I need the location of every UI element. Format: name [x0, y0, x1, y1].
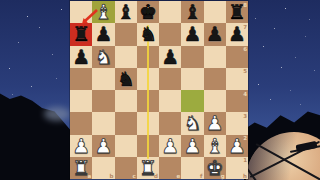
- piece-white-pawn-e2[interactable]: ♟: [159, 135, 181, 157]
- square-g1[interactable]: ♚g: [204, 157, 226, 179]
- piece-white-pawn-b2[interactable]: ♟: [92, 135, 114, 157]
- square-a3[interactable]: [70, 112, 92, 134]
- square-f6[interactable]: [181, 46, 203, 68]
- square-f7[interactable]: ♟: [181, 23, 203, 45]
- coord-file-c: c: [132, 173, 135, 179]
- square-b6[interactable]: ♞: [92, 46, 114, 68]
- square-h4[interactable]: 4: [226, 90, 248, 112]
- square-h7[interactable]: ♟7: [226, 23, 248, 45]
- square-c5[interactable]: ♞: [115, 68, 137, 90]
- star: [31, 86, 32, 87]
- square-h1[interactable]: h1: [226, 157, 248, 179]
- square-f1[interactable]: f: [181, 157, 203, 179]
- square-a6[interactable]: ♟: [70, 46, 92, 68]
- star: [290, 90, 291, 91]
- star: [39, 27, 40, 28]
- square-c4[interactable]: [115, 90, 137, 112]
- square-b2[interactable]: ♟: [92, 135, 114, 157]
- piece-black-king-d8[interactable]: ♚: [137, 1, 159, 23]
- star: [281, 67, 282, 68]
- square-h5[interactable]: 5: [226, 68, 248, 90]
- coord-rank-5: 5: [243, 68, 247, 74]
- square-c1[interactable]: c: [115, 157, 137, 179]
- square-d8[interactable]: ♚: [137, 1, 159, 23]
- piece-white-knight-b6[interactable]: ♞: [92, 46, 114, 68]
- square-c2[interactable]: [115, 135, 137, 157]
- square-e6[interactable]: ♟: [159, 46, 181, 68]
- star: [263, 46, 264, 47]
- square-f5[interactable]: [181, 68, 203, 90]
- square-g2[interactable]: ♝: [204, 135, 226, 157]
- square-a1[interactable]: ♜a: [70, 157, 92, 179]
- square-a4[interactable]: [70, 90, 92, 112]
- square-e1[interactable]: e: [159, 157, 181, 179]
- square-b8[interactable]: ♝: [92, 1, 114, 23]
- square-e3[interactable]: [159, 112, 181, 134]
- coord-rank-8: 8: [243, 2, 247, 8]
- piece-black-pawn-g7[interactable]: ♟: [204, 23, 226, 45]
- square-a8[interactable]: [70, 1, 92, 23]
- piece-black-knight-c5[interactable]: ♞: [115, 68, 137, 90]
- square-g7[interactable]: ♟: [204, 23, 226, 45]
- coord-file-a: a: [88, 173, 92, 179]
- square-b4[interactable]: [92, 90, 114, 112]
- coord-rank-6: 6: [243, 46, 247, 52]
- star: [56, 78, 57, 79]
- square-d1[interactable]: ♜d: [137, 157, 159, 179]
- square-e7[interactable]: [159, 23, 181, 45]
- square-e5[interactable]: [159, 68, 181, 90]
- square-a7[interactable]: ♜: [70, 23, 92, 45]
- square-h6[interactable]: 6: [226, 46, 248, 68]
- square-h2[interactable]: ♟2: [226, 135, 248, 157]
- star: [309, 19, 310, 20]
- chess-board[interactable]: ♝♝♚♝♜8♜♟♞♟♟♟7♟♞♟6♞54♞♟3♟♟♟♟♝♟2♜abc♜def♚g…: [70, 1, 248, 179]
- coord-file-g: g: [221, 173, 225, 179]
- star: [295, 57, 296, 58]
- snow-patch: [44, 107, 70, 121]
- square-h3[interactable]: 3: [226, 112, 248, 134]
- square-f2[interactable]: ♟: [181, 135, 203, 157]
- square-e8[interactable]: [159, 1, 181, 23]
- square-a2[interactable]: ♟: [70, 135, 92, 157]
- square-b5[interactable]: [92, 68, 114, 90]
- piece-black-pawn-f7[interactable]: ♟: [181, 23, 203, 45]
- star: [314, 70, 315, 71]
- square-c7[interactable]: [115, 23, 137, 45]
- square-d7[interactable]: ♞: [137, 23, 159, 45]
- piece-black-knight-d7[interactable]: ♞: [137, 23, 159, 45]
- square-c3[interactable]: [115, 112, 137, 134]
- piece-black-pawn-b7[interactable]: ♟: [92, 23, 114, 45]
- square-g3[interactable]: ♟: [204, 112, 226, 134]
- square-g5[interactable]: [204, 68, 226, 90]
- star: [285, 8, 286, 9]
- star: [300, 104, 301, 105]
- star: [61, 9, 62, 10]
- star: [27, 16, 28, 17]
- coord-file-h: h: [243, 173, 247, 179]
- star: [52, 54, 53, 55]
- star: [12, 94, 13, 95]
- piece-black-bishop-c8[interactable]: ♝: [115, 1, 137, 23]
- piece-black-pawn-e6[interactable]: ♟: [159, 46, 181, 68]
- star: [258, 84, 259, 85]
- tent: [240, 126, 320, 180]
- square-b1[interactable]: b: [92, 157, 114, 179]
- coord-rank-3: 3: [243, 113, 247, 119]
- square-e2[interactable]: ♟: [159, 135, 181, 157]
- square-g8[interactable]: [204, 1, 226, 23]
- coord-file-e: e: [177, 173, 181, 179]
- piece-white-pawn-g3[interactable]: ♟: [204, 112, 226, 134]
- square-b3[interactable]: [92, 112, 114, 134]
- video-frame: ♝♝♚♝♜8♜♟♞♟♟♟7♟♞♟6♞54♞♟3♟♟♟♟♝♟2♜abc♜def♚g…: [0, 0, 320, 180]
- square-a5[interactable]: [70, 68, 92, 90]
- piece-white-knight-f3[interactable]: ♞: [181, 112, 203, 134]
- piece-white-pawn-a2[interactable]: ♟: [70, 135, 92, 157]
- coord-file-f: f: [200, 173, 202, 179]
- coord-rank-7: 7: [243, 24, 247, 30]
- square-g4[interactable]: [204, 90, 226, 112]
- square-f3[interactable]: ♞: [181, 112, 203, 134]
- coord-file-d: d: [154, 173, 158, 179]
- square-f4[interactable]: [181, 90, 203, 112]
- coord-rank-1: 1: [243, 157, 247, 163]
- square-e4[interactable]: [159, 90, 181, 112]
- coord-file-b: b: [110, 173, 114, 179]
- square-c6[interactable]: [115, 46, 137, 68]
- piece-white-pawn-f2[interactable]: ♟: [181, 135, 203, 157]
- piece-black-rook-a7[interactable]: ♜: [70, 23, 92, 45]
- piece-white-bishop-b8[interactable]: ♝: [92, 1, 114, 23]
- star: [255, 18, 256, 19]
- square-c8[interactable]: ♝: [115, 1, 137, 23]
- star: [305, 36, 306, 37]
- coord-rank-2: 2: [243, 135, 247, 141]
- square-b7[interactable]: ♟: [92, 23, 114, 45]
- piece-black-pawn-a6[interactable]: ♟: [70, 46, 92, 68]
- piece-white-bishop-g2[interactable]: ♝: [204, 135, 226, 157]
- square-g6[interactable]: [204, 46, 226, 68]
- star: [18, 42, 19, 43]
- square-f8[interactable]: ♝: [181, 1, 203, 23]
- coord-rank-4: 4: [243, 91, 247, 97]
- star: [9, 68, 10, 69]
- piece-black-bishop-f8[interactable]: ♝: [181, 1, 203, 23]
- star: [270, 99, 271, 100]
- star: [274, 28, 275, 29]
- square-h8[interactable]: ♜8: [226, 1, 248, 23]
